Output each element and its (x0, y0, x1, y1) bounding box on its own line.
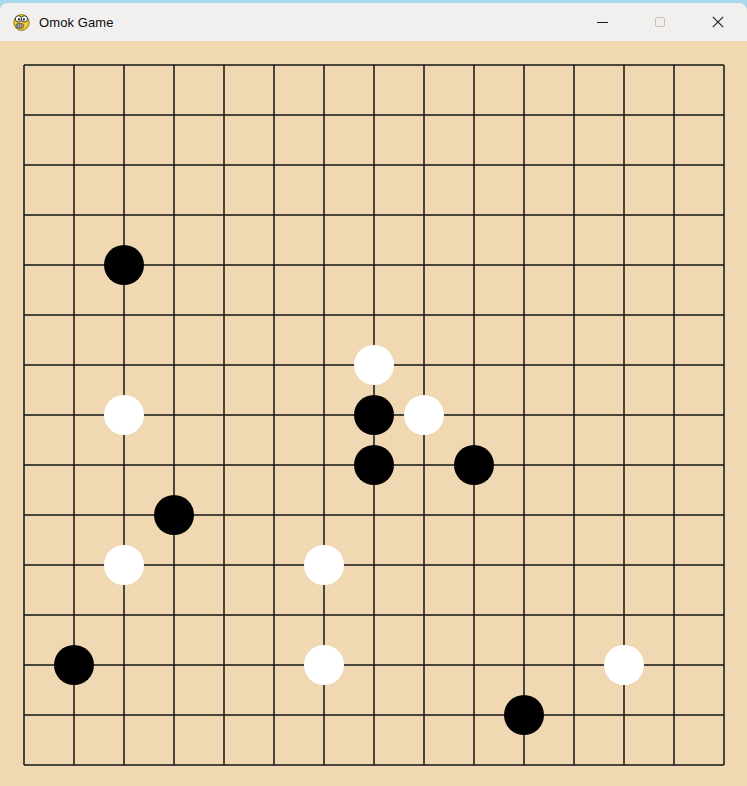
stone-black (504, 695, 544, 735)
stone-black (454, 445, 494, 485)
stone-black (154, 495, 194, 535)
titlebar[interactable]: Omok Game (0, 3, 747, 41)
titlebar-left: Omok Game (0, 14, 573, 31)
stone-white (354, 345, 394, 385)
stone-black (54, 645, 94, 685)
maximize-button[interactable] (631, 3, 689, 41)
stone-white (604, 645, 644, 685)
minimize-icon (597, 22, 608, 23)
stone-black (104, 245, 144, 285)
close-button[interactable] (689, 3, 747, 41)
python-app-icon (13, 14, 30, 31)
stone-white (304, 645, 344, 685)
stone-black (354, 445, 394, 485)
window-title: Omok Game (39, 15, 114, 30)
screenshot-stage: Omok Game (0, 0, 747, 786)
maximize-icon (655, 17, 665, 27)
stone-white (304, 545, 344, 585)
stone-white (404, 395, 444, 435)
omok-game-window: Omok Game (0, 3, 747, 786)
stone-black (354, 395, 394, 435)
close-icon (712, 16, 724, 28)
window-controls (573, 3, 747, 41)
board-svg (0, 41, 747, 786)
stone-white (104, 545, 144, 585)
stone-white (104, 395, 144, 435)
minimize-button[interactable] (573, 3, 631, 41)
omok-board-canvas[interactable] (0, 41, 747, 786)
stones-layer (54, 245, 644, 735)
